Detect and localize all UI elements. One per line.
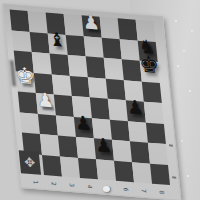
square-f6[interactable] [110,119,130,141]
square-g3[interactable] [58,135,78,157]
square-e7[interactable]: ♟ [126,100,146,122]
square-d3[interactable] [52,74,72,96]
rank-label-2: 2 [49,174,59,193]
chess-board: ♟♝♞♚♚♟♟♟♟ ✥ 12345678 [2,3,182,200]
square-g7[interactable] [130,141,150,163]
square-d6[interactable] [106,78,126,100]
square-g2[interactable] [40,134,60,156]
square-c8[interactable]: ♚ [140,61,160,83]
square-b1[interactable] [12,30,32,52]
square-c5[interactable] [86,56,106,78]
square-h4[interactable] [78,157,98,179]
square-b6[interactable] [102,37,122,59]
square-f4[interactable]: ♟ [74,116,94,138]
rank-label-8: 8 [157,183,167,200]
square-e3[interactable] [54,94,74,116]
square-f7[interactable] [128,121,148,143]
rank-label-7: 7 [139,182,149,200]
square-b4[interactable] [66,34,86,56]
black-bishop[interactable]: ♝ [47,29,67,51]
square-e8[interactable] [144,102,164,124]
square-c2[interactable] [32,52,52,74]
square-a6[interactable] [100,17,120,39]
square-b3[interactable]: ♝ [48,33,68,55]
square-d8[interactable] [142,81,162,103]
square-h8[interactable] [150,163,170,185]
square-b7[interactable] [120,39,140,61]
square-g6[interactable] [112,140,132,162]
square-h2[interactable] [42,155,62,177]
white-pawn[interactable]: ♟ [81,11,101,33]
right-edge-mark [172,176,176,178]
square-c3[interactable] [50,53,70,75]
square-h3[interactable] [60,156,80,178]
corner-emblem-icon: ✥ [19,150,41,175]
square-d4[interactable] [70,75,90,97]
square-h7[interactable] [132,162,152,184]
square-d5[interactable] [88,77,108,99]
square-a7[interactable] [118,18,138,40]
photo-scene: ♟♝♞♚♚♟♟♟♟ ✥ 12345678 [0,0,200,200]
floor-object [103,186,110,192]
square-c6[interactable] [104,58,124,80]
square-d1[interactable]: ♚ [16,71,36,93]
white-pawn[interactable]: ♟ [35,89,55,111]
black-pawn[interactable]: ♟ [125,96,145,118]
square-f3[interactable] [56,115,76,137]
right-edge-mark [169,144,173,146]
black-pawn[interactable]: ♟ [94,134,114,156]
black-king[interactable]: ♚ [139,55,159,77]
square-g5[interactable]: ♟ [94,138,114,160]
square-c4[interactable] [68,55,88,77]
square-f8[interactable] [146,122,166,144]
square-f2[interactable] [38,114,58,136]
square-a1[interactable] [10,10,30,32]
square-e2[interactable]: ♟ [36,93,56,115]
square-f1[interactable] [20,112,40,134]
square-e5[interactable] [90,97,110,119]
square-a2[interactable] [28,11,48,33]
black-pawn[interactable]: ♟ [73,112,93,134]
square-g8[interactable] [148,143,168,165]
rank-label-1: 1 [31,173,41,192]
white-king[interactable]: ♚ [15,65,35,87]
square-h5[interactable] [96,159,116,181]
square-a4[interactable] [64,14,84,36]
floor-speckles [175,20,177,22]
square-h6[interactable] [114,160,134,182]
square-a5[interactable]: ♟ [82,15,102,37]
rank-label-6: 6 [121,180,131,199]
square-g4[interactable] [76,137,96,159]
square-e6[interactable] [108,99,128,121]
square-e1[interactable] [18,92,38,114]
rank-label-4: 4 [85,177,95,196]
square-b2[interactable] [30,32,50,54]
rank-label-3: 3 [67,176,77,195]
square-b5[interactable] [84,36,104,58]
